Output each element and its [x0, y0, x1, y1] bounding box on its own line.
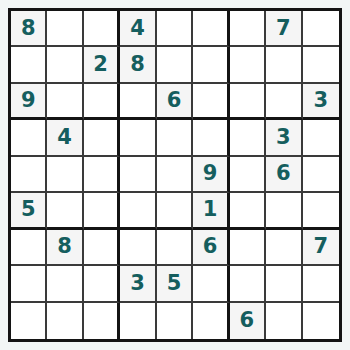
- cell-r5c4[interactable]: [120, 157, 156, 193]
- cell-r3c7[interactable]: [230, 84, 266, 120]
- cell-r6c3[interactable]: [84, 193, 120, 229]
- cell-r7c6-given: 6: [193, 230, 229, 266]
- cell-r1c7[interactable]: [230, 11, 266, 47]
- cell-r1c2[interactable]: [47, 11, 83, 47]
- cell-r9c3[interactable]: [84, 303, 120, 339]
- cell-r9c9[interactable]: [303, 303, 339, 339]
- sudoku-grid: 84728963439651867356: [11, 11, 339, 339]
- cell-r6c7[interactable]: [230, 193, 266, 229]
- cell-r9c5[interactable]: [157, 303, 193, 339]
- cell-r3c5-given: 6: [157, 84, 193, 120]
- cell-r4c2-given: 4: [47, 120, 83, 156]
- cell-r4c3[interactable]: [84, 120, 120, 156]
- cell-r4c6[interactable]: [193, 120, 229, 156]
- cell-r2c6[interactable]: [193, 47, 229, 83]
- cell-r7c2-given: 8: [47, 230, 83, 266]
- cell-r6c5[interactable]: [157, 193, 193, 229]
- cell-r9c1[interactable]: [11, 303, 47, 339]
- cell-r9c6[interactable]: [193, 303, 229, 339]
- cell-r7c4[interactable]: [120, 230, 156, 266]
- cell-r7c5[interactable]: [157, 230, 193, 266]
- cell-r2c9[interactable]: [303, 47, 339, 83]
- cell-r1c9[interactable]: [303, 11, 339, 47]
- cell-r3c2[interactable]: [47, 84, 83, 120]
- cell-r8c4-given: 3: [120, 266, 156, 302]
- cell-r5c2[interactable]: [47, 157, 83, 193]
- cell-r2c4-given: 8: [120, 47, 156, 83]
- cell-r6c9[interactable]: [303, 193, 339, 229]
- cell-r3c8[interactable]: [266, 84, 302, 120]
- cell-r1c3[interactable]: [84, 11, 120, 47]
- sudoku-board: 84728963439651867356: [8, 8, 342, 342]
- cell-r8c1[interactable]: [11, 266, 47, 302]
- cell-r6c8[interactable]: [266, 193, 302, 229]
- cell-r3c3[interactable]: [84, 84, 120, 120]
- cell-r5c6-given: 9: [193, 157, 229, 193]
- cell-r2c8[interactable]: [266, 47, 302, 83]
- cell-r3c6[interactable]: [193, 84, 229, 120]
- cell-r4c7[interactable]: [230, 120, 266, 156]
- cell-r1c1-given: 8: [11, 11, 47, 47]
- cell-r8c7[interactable]: [230, 266, 266, 302]
- cell-r8c2[interactable]: [47, 266, 83, 302]
- cell-r2c2[interactable]: [47, 47, 83, 83]
- cell-r7c3[interactable]: [84, 230, 120, 266]
- cell-r4c1[interactable]: [11, 120, 47, 156]
- cell-r9c4[interactable]: [120, 303, 156, 339]
- cell-r5c5[interactable]: [157, 157, 193, 193]
- cell-r6c4[interactable]: [120, 193, 156, 229]
- cell-r7c9-given: 7: [303, 230, 339, 266]
- cell-r9c2[interactable]: [47, 303, 83, 339]
- cell-r8c8[interactable]: [266, 266, 302, 302]
- cell-r5c9[interactable]: [303, 157, 339, 193]
- cell-r5c1[interactable]: [11, 157, 47, 193]
- cell-r3c9-given: 3: [303, 84, 339, 120]
- cell-r4c4[interactable]: [120, 120, 156, 156]
- cell-r7c1[interactable]: [11, 230, 47, 266]
- cell-r4c9[interactable]: [303, 120, 339, 156]
- cell-r7c8[interactable]: [266, 230, 302, 266]
- cell-r9c7-given: 6: [230, 303, 266, 339]
- cell-r5c3[interactable]: [84, 157, 120, 193]
- cell-r5c8-given: 6: [266, 157, 302, 193]
- cell-r1c8-given: 7: [266, 11, 302, 47]
- cell-r4c5[interactable]: [157, 120, 193, 156]
- cell-r5c7[interactable]: [230, 157, 266, 193]
- cell-r6c1-given: 5: [11, 193, 47, 229]
- cell-r2c5[interactable]: [157, 47, 193, 83]
- cell-r3c4[interactable]: [120, 84, 156, 120]
- cell-r9c8[interactable]: [266, 303, 302, 339]
- cell-r4c8-given: 3: [266, 120, 302, 156]
- cell-r8c3[interactable]: [84, 266, 120, 302]
- cell-r3c1-given: 9: [11, 84, 47, 120]
- cell-r2c1[interactable]: [11, 47, 47, 83]
- cell-r8c5-given: 5: [157, 266, 193, 302]
- cell-r1c4-given: 4: [120, 11, 156, 47]
- cell-r2c7[interactable]: [230, 47, 266, 83]
- cell-r6c6-given: 1: [193, 193, 229, 229]
- cell-r6c2[interactable]: [47, 193, 83, 229]
- cell-r2c3-given: 2: [84, 47, 120, 83]
- cell-r1c5[interactable]: [157, 11, 193, 47]
- cell-r1c6[interactable]: [193, 11, 229, 47]
- cell-r8c9[interactable]: [303, 266, 339, 302]
- cell-r7c7[interactable]: [230, 230, 266, 266]
- cell-r8c6[interactable]: [193, 266, 229, 302]
